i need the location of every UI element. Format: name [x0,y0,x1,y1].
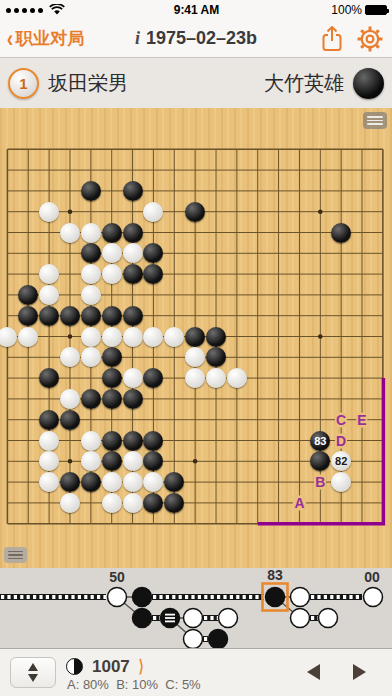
white-stone [123,243,143,263]
black-stone [60,472,80,492]
white-stone [39,431,59,451]
white-stone [123,451,143,471]
black-stone [18,306,38,326]
clock-time: 9:41 AM [116,3,277,17]
players-bar: 1 坂田栄男 大竹英雄 [0,58,392,108]
svg-text:50: 50 [109,569,125,585]
black-stone [102,389,122,409]
annotation-letter-A[interactable]: A [293,495,305,510]
go-board[interactable]: 8382 ABCDE [0,108,392,568]
chevron-left-icon: ‹ [7,27,13,51]
battery-icon [365,5,387,15]
black-stone [81,243,101,263]
black-stone [102,306,122,326]
white-stone [81,347,101,367]
white-stone [81,451,101,471]
black-stone [123,431,143,451]
white-stone [164,327,184,347]
black-stone [60,306,80,326]
move-stepper[interactable] [10,657,56,688]
black-stone [102,347,122,367]
white-stone [102,327,122,347]
black-player-stone-icon [353,68,384,99]
black-stone [331,223,351,243]
status-bar: 9:41 AM 100% [0,0,392,20]
black-stone [102,223,122,243]
black-stone [123,181,143,201]
black-stone [39,306,59,326]
white-stone [60,493,80,513]
page-title: i1975–02–23b [135,28,257,49]
white-stone [60,389,80,409]
black-stone [81,306,101,326]
white-stone [123,327,143,347]
previous-move-button[interactable] [307,664,320,680]
black-stone [60,410,80,430]
white-stone [102,472,122,492]
white-stone [81,327,101,347]
black-stone [206,327,226,347]
black-stone [39,410,59,430]
white-stone [60,223,80,243]
move-number-label: 82 [331,451,351,471]
next-move-button[interactable] [353,664,366,680]
black-stone [102,368,122,388]
white-player-stone-badge[interactable]: 1 [8,68,39,99]
share-icon[interactable] [320,24,344,54]
white-stone [123,472,143,492]
black-stone [81,389,101,409]
black-stone [123,264,143,284]
game-id-title: 1975–02–23b [146,28,257,48]
half-moon-result-icon [66,658,83,675]
black-stone [185,202,205,222]
svg-text:00: 00 [364,569,380,585]
annotation-letter-B[interactable]: B [314,475,326,490]
white-stone [81,264,101,284]
white-stone [18,327,38,347]
move-tree-timeline[interactable]: 508300 [0,568,392,648]
annotation-letter-C[interactable]: C [335,412,347,427]
white-stone [39,285,59,305]
black-stone [123,306,143,326]
black-stone [81,181,101,201]
game-count[interactable]: 1007 [92,657,130,677]
white-stone [81,431,101,451]
signal-wifi-icons [6,4,116,16]
go-app-window: 9:41 AM 100% ‹ 职业对局 i1975–02–23b [0,0,392,696]
black-stone [143,431,163,451]
annotation-letter-E[interactable]: E [356,412,367,427]
settings-gear-icon[interactable] [356,24,384,54]
black-stone [102,431,122,451]
white-stone [39,202,59,222]
black-stone [123,389,143,409]
black-stone [81,472,101,492]
black-stone [185,327,205,347]
black-stone [123,223,143,243]
black-player-name: 大竹英雄 [264,70,344,97]
disclosure-chevron-icon[interactable]: ⟩ [139,656,144,677]
battery-percent: 100% [331,3,362,17]
back-button[interactable]: ‹ 职业对局 [6,27,84,51]
navigation-bar: ‹ 职业对局 i1975–02–23b [0,20,392,58]
white-stone [123,368,143,388]
wifi-icon [49,4,65,16]
back-button-label: 职业对局 [16,27,84,50]
svg-text:83: 83 [267,568,283,583]
white-player-name: 坂田栄男 [48,70,128,97]
board-menu-handle-icon[interactable] [363,112,387,129]
black-stone [102,451,122,471]
white-stone [227,368,247,388]
white-stone [102,243,122,263]
bottom-toolbar: 1007 ⟩ A: 80% B: 10% C: 5% [0,648,392,696]
white-stone [81,285,101,305]
continuation-stats: A: 80% B: 10% C: 5% [67,677,201,692]
white-stone [143,202,163,222]
white-stone [143,327,163,347]
annotation-letter-D[interactable]: D [335,433,347,448]
white-stone [123,493,143,513]
stepper-up-icon [28,663,38,671]
info-italic-i: i [135,28,140,48]
white-stone [81,223,101,243]
stepper-down-icon [28,674,38,682]
move-number-label: 83 [310,431,330,451]
white-stone [102,493,122,513]
white-stone [102,264,122,284]
board-drawer-handle-icon[interactable] [4,547,27,563]
white-stone [206,368,226,388]
